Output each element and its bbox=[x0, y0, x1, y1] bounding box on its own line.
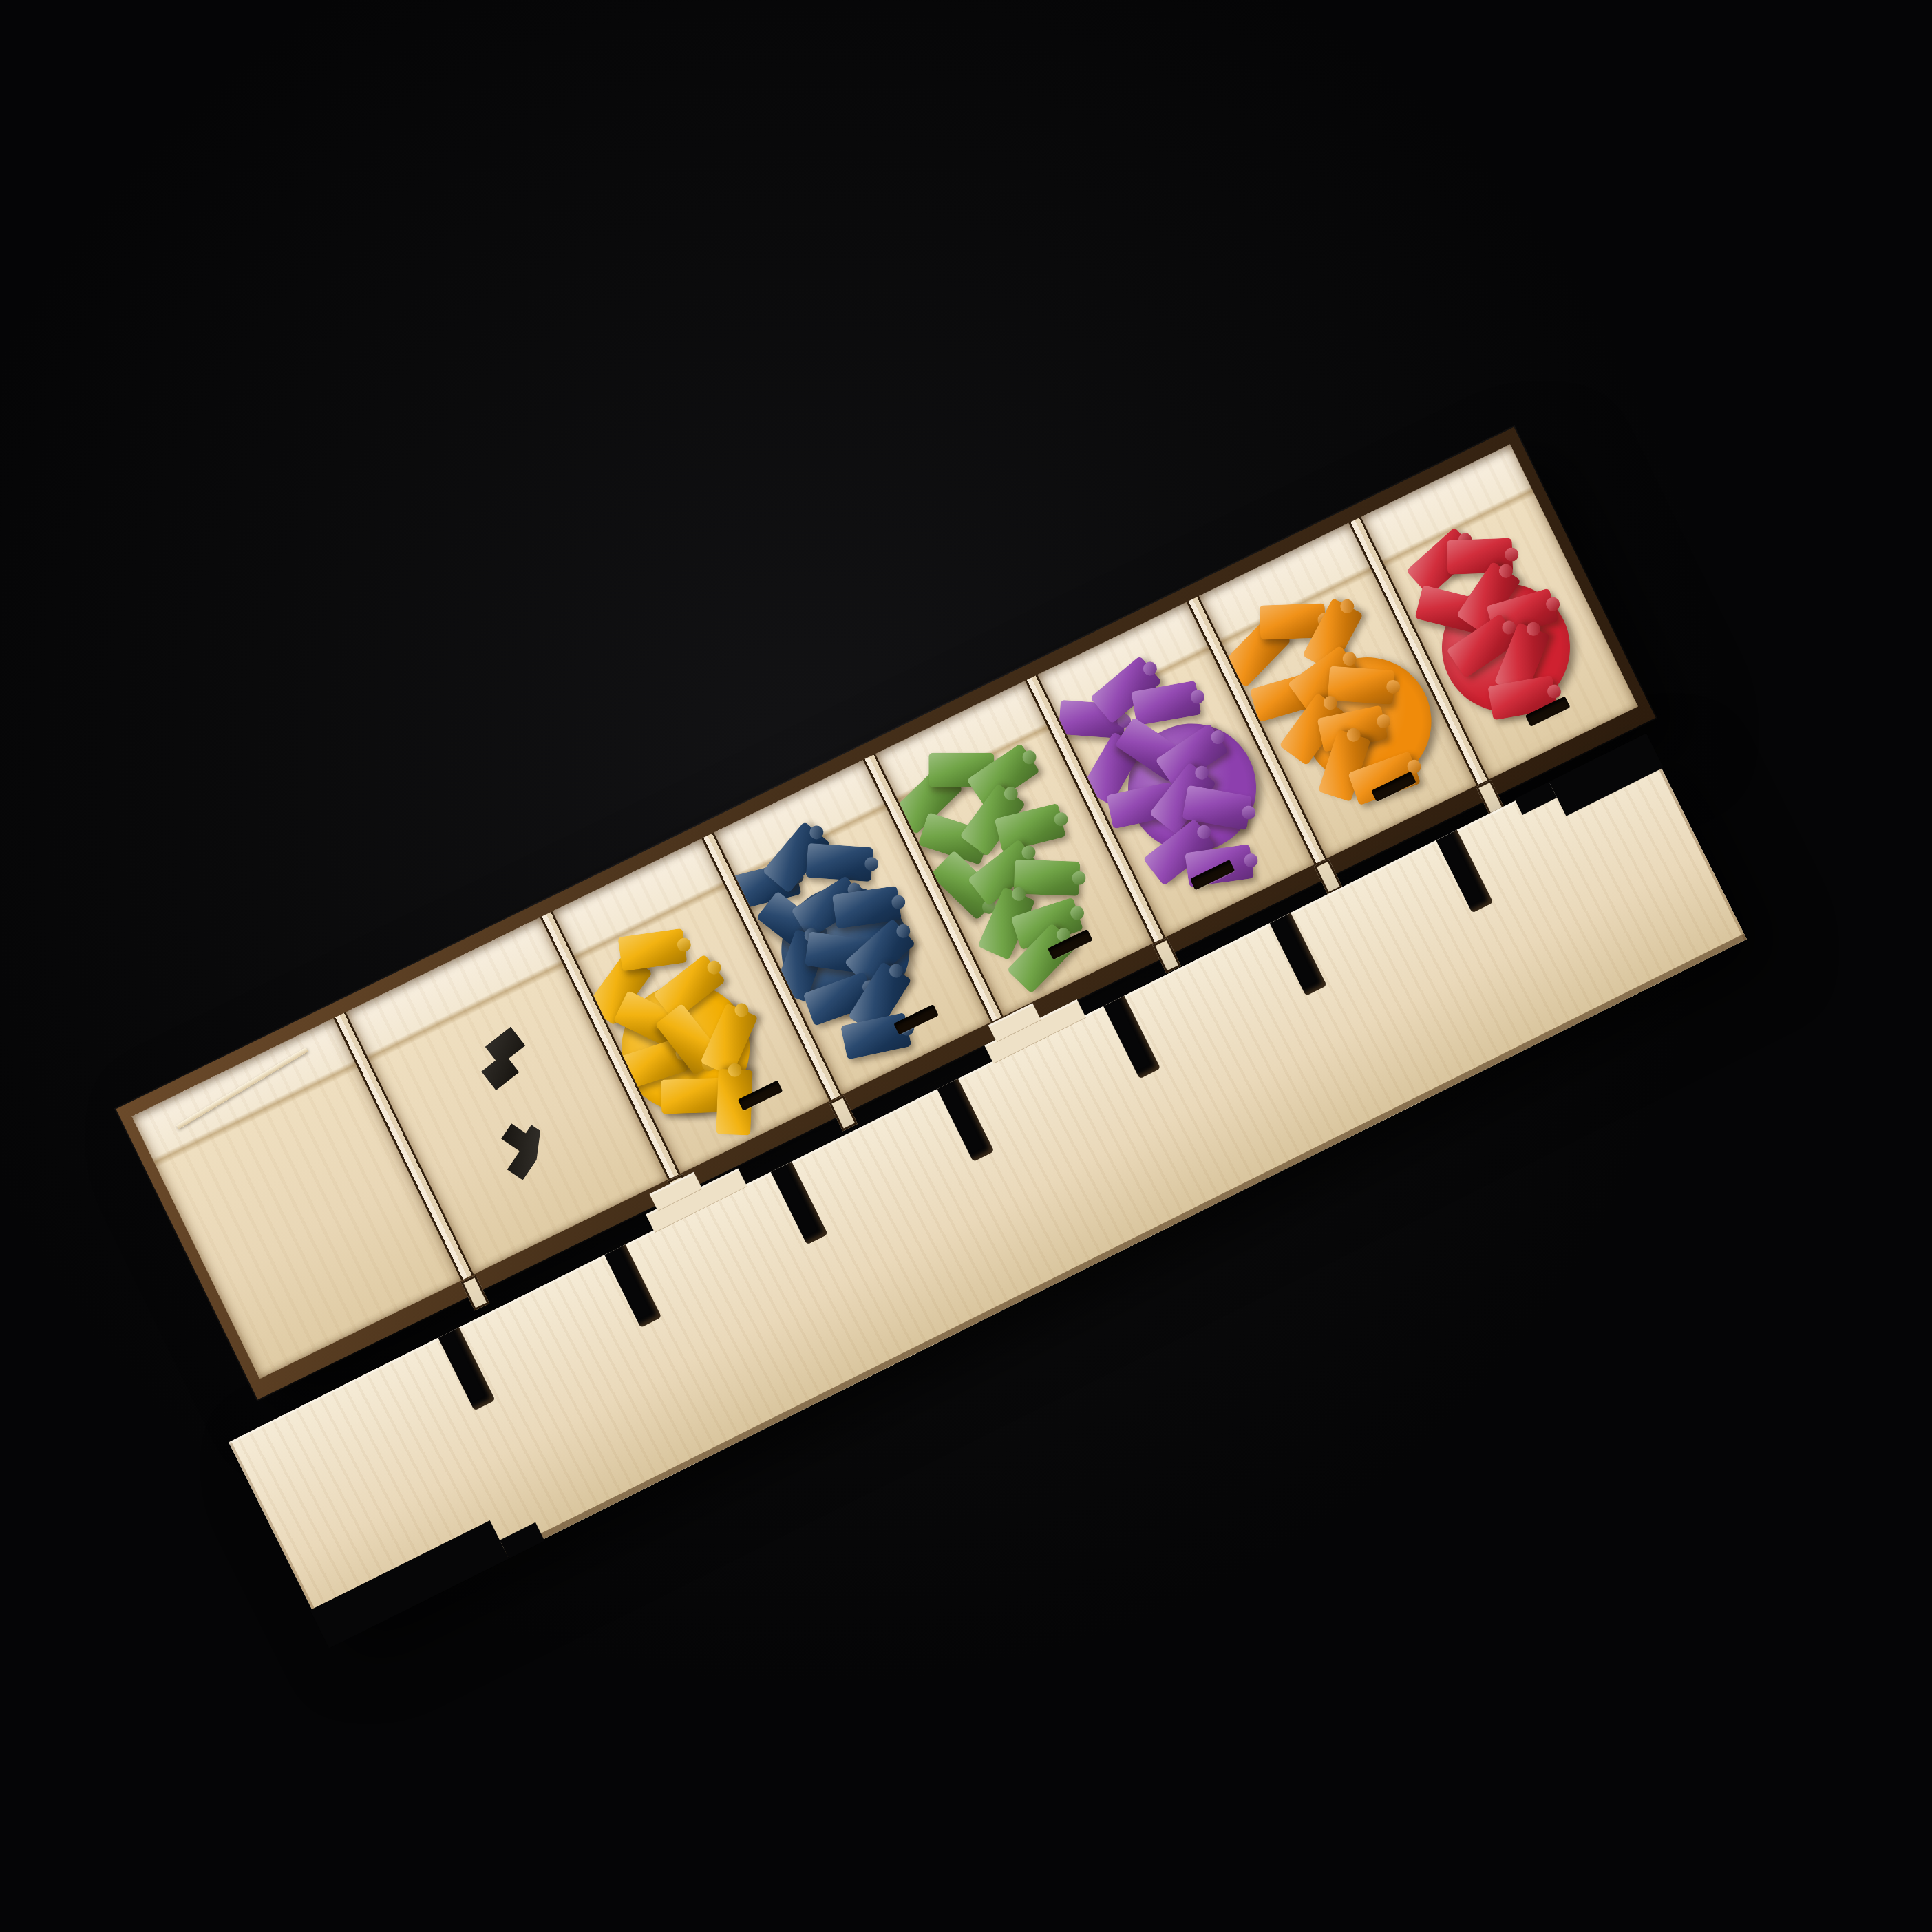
photo-stage bbox=[0, 0, 1932, 1932]
token-block-yellow bbox=[617, 928, 687, 972]
lid-slot bbox=[771, 1162, 828, 1245]
lid-slot bbox=[604, 1244, 661, 1328]
lid-corner-cut bbox=[1514, 782, 1557, 815]
lid-slot bbox=[1270, 913, 1327, 996]
lid-slot bbox=[937, 1079, 994, 1162]
lid-slot bbox=[1436, 830, 1493, 913]
divider-tab bbox=[1152, 937, 1181, 973]
lid-corner-cut bbox=[310, 1520, 509, 1648]
token-block-blue bbox=[805, 843, 873, 882]
black-token bbox=[470, 1027, 535, 1091]
divider-tab bbox=[829, 1096, 858, 1132]
token-block-orange bbox=[1327, 666, 1394, 705]
floor-slot bbox=[893, 1004, 938, 1034]
divider-tab bbox=[460, 1275, 489, 1310]
lid-slot bbox=[438, 1328, 495, 1411]
wood-splinter bbox=[176, 1047, 308, 1129]
lid-slot bbox=[1103, 996, 1160, 1079]
black-token bbox=[489, 1115, 551, 1180]
lid-corner-cut bbox=[500, 1522, 544, 1559]
